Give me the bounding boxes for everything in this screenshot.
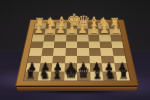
board-square[interactable]	[77, 41, 89, 48]
chess-photo-scene: ♜♞♝♚♛♝♞♜♟♟♟♟♟♟♟♟♟♟♟♟♟♟♟♟♜♞♝♚♛♝♞♜	[0, 0, 150, 100]
white-pawn[interactable]: ♟	[33, 24, 44, 35]
board-square[interactable]: ♞	[103, 72, 117, 81]
board-grid: ♜♞♝♚♛♝♞♜♟♟♟♟♟♟♟♟♟♟♟♟♟♟♟♟♜♞♝♚♛♝♞♜	[24, 23, 130, 81]
board-square[interactable]	[88, 41, 100, 48]
board-square[interactable]: ♟	[98, 29, 110, 35]
board-front-edge	[16, 86, 138, 91]
board-square[interactable]: ♟	[109, 29, 121, 35]
board-square[interactable]: ♟	[44, 29, 56, 35]
black-rook[interactable]: ♜	[117, 69, 130, 81]
board-square[interactable]: ♜	[24, 72, 39, 81]
board-square[interactable]: ♜	[115, 72, 130, 81]
black-bishop[interactable]: ♝	[90, 67, 103, 81]
board-square[interactable]	[41, 48, 54, 55]
board-square[interactable]: ♞	[37, 72, 51, 81]
white-pawn[interactable]: ♟	[55, 24, 66, 35]
black-queen[interactable]: ♛	[77, 66, 90, 81]
black-king[interactable]: ♚	[64, 65, 77, 81]
white-pawn[interactable]: ♟	[44, 24, 55, 35]
board-square[interactable]: ♛	[77, 72, 90, 81]
board-cast-shadow	[12, 90, 142, 98]
board-square[interactable]: ♟	[33, 29, 45, 35]
board-square[interactable]	[53, 48, 65, 55]
board-square[interactable]: ♟	[66, 29, 77, 35]
board-square[interactable]	[112, 48, 125, 55]
board-square[interactable]: ♟	[55, 29, 66, 35]
board-square[interactable]	[42, 41, 54, 48]
board-square[interactable]	[89, 48, 101, 55]
board-square[interactable]: ♟	[88, 29, 99, 35]
white-pawn[interactable]: ♟	[99, 24, 110, 35]
white-pawn[interactable]: ♟	[66, 24, 77, 35]
white-pawn[interactable]: ♟	[110, 24, 121, 35]
board-square[interactable]	[65, 41, 77, 48]
board-square[interactable]	[77, 48, 89, 55]
chess-board: ♜♞♝♚♛♝♞♜♟♟♟♟♟♟♟♟♟♟♟♟♟♟♟♟♜♞♝♚♛♝♞♜	[15, 20, 139, 86]
board-square[interactable]	[111, 41, 124, 48]
black-bishop[interactable]: ♝	[51, 67, 64, 81]
board-square[interactable]: ♝	[51, 72, 65, 81]
black-rook[interactable]: ♜	[24, 69, 37, 81]
board-square[interactable]: ♝	[90, 72, 104, 81]
board-square[interactable]	[54, 41, 66, 48]
black-knight[interactable]: ♞	[37, 68, 50, 81]
white-pawn[interactable]: ♟	[77, 24, 88, 35]
board-square[interactable]: ♟	[77, 29, 88, 35]
board-square[interactable]	[65, 48, 77, 55]
board-square[interactable]: ♚	[64, 72, 77, 81]
white-pawn[interactable]: ♟	[88, 24, 99, 35]
black-knight[interactable]: ♞	[103, 68, 116, 81]
